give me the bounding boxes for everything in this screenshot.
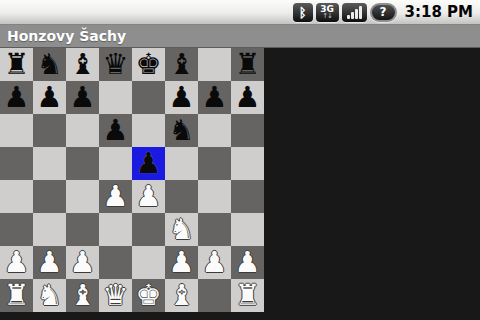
square-g1[interactable]: [198, 279, 231, 312]
square-c1[interactable]: ♝: [66, 279, 99, 312]
square-g4[interactable]: [198, 180, 231, 213]
piece-black-bishop: ♝: [70, 48, 96, 81]
square-a5[interactable]: [0, 147, 33, 180]
signal-bar: [351, 12, 354, 19]
square-f8[interactable]: ♝: [165, 48, 198, 81]
square-b7[interactable]: ♟: [33, 81, 66, 114]
square-d6[interactable]: ♟: [99, 114, 132, 147]
bluetooth-icon: ᛒ: [293, 3, 313, 22]
square-b4[interactable]: [33, 180, 66, 213]
square-f5[interactable]: [165, 147, 198, 180]
piece-white-king: ♚: [136, 279, 162, 312]
phone-screen: ᛒ 3G ↑↓ ? 3:18 PM Honzovy Šachy ♜♞♝♛♚♝♜♟…: [0, 0, 480, 320]
piece-white-pawn: ♟: [37, 246, 63, 279]
square-h6[interactable]: [231, 114, 264, 147]
signal-strength-icon: [342, 3, 367, 22]
square-b5[interactable]: [33, 147, 66, 180]
piece-white-pawn: ♟: [235, 246, 261, 279]
square-c5[interactable]: [66, 147, 99, 180]
piece-black-rook: ♜: [4, 48, 30, 81]
square-c2[interactable]: ♟: [66, 246, 99, 279]
piece-white-rook: ♜: [235, 279, 261, 312]
piece-white-rook: ♜: [4, 279, 30, 312]
square-b1[interactable]: ♞: [33, 279, 66, 312]
piece-black-knight: ♞: [37, 48, 63, 81]
square-b6[interactable]: [33, 114, 66, 147]
piece-white-pawn: ♟: [70, 246, 96, 279]
square-a2[interactable]: ♟: [0, 246, 33, 279]
square-g7[interactable]: ♟: [198, 81, 231, 114]
piece-black-pawn: ♟: [37, 81, 63, 114]
square-c3[interactable]: [66, 213, 99, 246]
square-d8[interactable]: ♛: [99, 48, 132, 81]
question-glyph: ?: [380, 5, 387, 19]
clock: 3:18 PM: [405, 3, 473, 21]
square-e2[interactable]: [132, 246, 165, 279]
square-h7[interactable]: ♟: [231, 81, 264, 114]
square-c7[interactable]: ♟: [66, 81, 99, 114]
app-title-bar: Honzovy Šachy: [0, 25, 480, 48]
square-a1[interactable]: ♜: [0, 279, 33, 312]
square-c8[interactable]: ♝: [66, 48, 99, 81]
square-a8[interactable]: ♜: [0, 48, 33, 81]
square-d1[interactable]: ♛: [99, 279, 132, 312]
piece-white-pawn: ♟: [103, 180, 129, 213]
square-f4[interactable]: [165, 180, 198, 213]
piece-white-pawn: ♟: [169, 246, 195, 279]
square-f1[interactable]: ♝: [165, 279, 198, 312]
square-e6[interactable]: [132, 114, 165, 147]
piece-black-queen: ♛: [103, 48, 129, 81]
square-b8[interactable]: ♞: [33, 48, 66, 81]
square-h1[interactable]: ♜: [231, 279, 264, 312]
piece-black-bishop: ♝: [169, 48, 195, 81]
piece-white-queen: ♛: [103, 279, 129, 312]
square-a6[interactable]: [0, 114, 33, 147]
square-e8[interactable]: ♚: [132, 48, 165, 81]
status-bar: ᛒ 3G ↑↓ ? 3:18 PM: [0, 0, 480, 25]
square-f7[interactable]: ♟: [165, 81, 198, 114]
square-b3[interactable]: [33, 213, 66, 246]
square-d7[interactable]: [99, 81, 132, 114]
piece-black-rook: ♜: [235, 48, 261, 81]
piece-white-pawn: ♟: [4, 246, 30, 279]
piece-white-knight: ♞: [37, 279, 63, 312]
signal-bar: [359, 6, 362, 19]
square-e3[interactable]: [132, 213, 165, 246]
piece-black-pawn: ♟: [70, 81, 96, 114]
square-h3[interactable]: [231, 213, 264, 246]
network-3g-icon: 3G ↑↓: [316, 3, 339, 22]
piece-white-pawn: ♟: [136, 180, 162, 213]
square-e1[interactable]: ♚: [132, 279, 165, 312]
piece-black-pawn: ♟: [202, 81, 228, 114]
square-e4[interactable]: ♟: [132, 180, 165, 213]
piece-black-king: ♚: [136, 48, 162, 81]
signal-bar: [355, 9, 358, 19]
square-a4[interactable]: [0, 180, 33, 213]
square-f2[interactable]: ♟: [165, 246, 198, 279]
help-question-icon: ?: [370, 3, 397, 22]
square-g8[interactable]: [198, 48, 231, 81]
piece-white-bishop: ♝: [70, 279, 96, 312]
square-b2[interactable]: ♟: [33, 246, 66, 279]
square-h2[interactable]: ♟: [231, 246, 264, 279]
chess-board: ♜♞♝♛♚♝♜♟♟♟♟♟♟♟♞♟♟♟♞♟♟♟♟♟♟♜♞♝♛♚♝♜: [0, 48, 264, 312]
square-e7[interactable]: [132, 81, 165, 114]
square-d5[interactable]: [99, 147, 132, 180]
piece-white-pawn: ♟: [202, 246, 228, 279]
square-c6[interactable]: [66, 114, 99, 147]
piece-black-pawn: ♟: [169, 81, 195, 114]
square-e5[interactable]: ♟: [132, 147, 165, 180]
square-d3[interactable]: [99, 213, 132, 246]
piece-white-knight: ♞: [169, 213, 195, 246]
square-d2[interactable]: [99, 246, 132, 279]
piece-black-pawn: ♟: [4, 81, 30, 114]
piece-black-pawn: ♟: [136, 147, 162, 180]
square-f6[interactable]: ♞: [165, 114, 198, 147]
app-title: Honzovy Šachy: [7, 28, 126, 44]
square-h5[interactable]: [231, 147, 264, 180]
piece-white-bishop: ♝: [169, 279, 195, 312]
signal-bar: [347, 15, 350, 19]
piece-black-pawn: ♟: [235, 81, 261, 114]
square-a7[interactable]: ♟: [0, 81, 33, 114]
square-g3[interactable]: [198, 213, 231, 246]
square-g2[interactable]: ♟: [198, 246, 231, 279]
square-h4[interactable]: [231, 180, 264, 213]
network-arrows: ↑↓: [322, 13, 332, 20]
square-a3[interactable]: [0, 213, 33, 246]
square-c4[interactable]: [66, 180, 99, 213]
square-d4[interactable]: ♟: [99, 180, 132, 213]
square-f3[interactable]: ♞: [165, 213, 198, 246]
square-g6[interactable]: [198, 114, 231, 147]
square-g5[interactable]: [198, 147, 231, 180]
bluetooth-glyph: ᛒ: [299, 5, 307, 20]
square-h8[interactable]: ♜: [231, 48, 264, 81]
piece-black-pawn: ♟: [103, 114, 129, 147]
piece-black-knight: ♞: [169, 114, 195, 147]
